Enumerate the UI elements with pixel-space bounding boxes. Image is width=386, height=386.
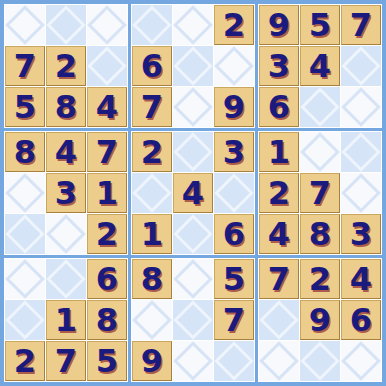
cell-r3c6[interactable]: 9 [214,87,254,127]
given-digit: 7 [141,91,163,123]
cell-r9c6[interactable] [214,341,254,381]
given-digit: 4 [55,136,77,168]
cell-r2c7[interactable]: 3 [259,46,299,86]
cell-r5c6[interactable] [214,173,254,213]
cell-r7c2[interactable] [46,259,86,299]
given-digit: 4 [268,218,290,250]
cell-r7c9[interactable]: 4 [341,259,381,299]
given-digit: 8 [14,136,36,168]
cell-r5c7[interactable]: 2 [259,173,299,213]
given-digit: 7 [55,345,77,377]
cell-r8c5[interactable] [173,300,213,340]
cell-r2c6[interactable] [214,46,254,86]
cell-r3c4[interactable]: 7 [132,87,172,127]
cell-r1c9[interactable]: 7 [341,5,381,45]
cell-r4c5[interactable] [173,132,213,172]
diamond-icon [5,5,45,45]
cell-r5c3[interactable]: 1 [87,173,127,213]
cell-r1c6[interactable]: 2 [214,5,254,45]
sudoku-box-4: 847312 [4,131,128,255]
cell-r4c3[interactable]: 7 [87,132,127,172]
cell-r3c9[interactable] [341,87,381,127]
cell-r9c3[interactable]: 5 [87,341,127,381]
cell-r8c7[interactable] [259,300,299,340]
cell-r7c4[interactable]: 8 [132,259,172,299]
sudoku-box-5: 23416 [131,131,255,255]
cell-r2c1[interactable]: 7 [5,46,45,86]
diamond-icon [5,214,45,254]
cell-r1c5[interactable] [173,5,213,45]
diamond-icon [87,5,127,45]
diamond-icon [259,341,299,381]
cell-r8c6[interactable]: 7 [214,300,254,340]
cell-r5c1[interactable] [5,173,45,213]
given-digit: 1 [268,136,290,168]
cell-r4c1[interactable]: 8 [5,132,45,172]
diamond-icon [259,300,299,340]
diamond-icon [5,259,45,299]
given-digit: 6 [268,91,290,123]
cell-r6c3[interactable]: 2 [87,214,127,254]
given-digit: 3 [268,50,290,82]
sudoku-box-1: 72584 [4,4,128,128]
given-digit: 7 [268,263,290,295]
diamond-icon [173,214,213,254]
given-digit: 9 [141,345,163,377]
given-digit: 6 [350,304,372,336]
diamond-icon [5,300,45,340]
cell-r8c3[interactable]: 8 [87,300,127,340]
given-digit: 2 [268,177,290,209]
cell-r6c1[interactable] [5,214,45,254]
cell-r6c9[interactable]: 3 [341,214,381,254]
given-digit: 5 [223,263,245,295]
diamond-icon [46,259,86,299]
diamond-icon [173,87,213,127]
given-digit: 7 [309,177,331,209]
cell-r9c5[interactable] [173,341,213,381]
given-digit: 7 [96,136,118,168]
given-digit: 3 [55,177,77,209]
cell-r6c6[interactable]: 6 [214,214,254,254]
cell-r6c2[interactable] [46,214,86,254]
cell-r7c3[interactable]: 6 [87,259,127,299]
diamond-icon [46,214,86,254]
cell-r8c1[interactable] [5,300,45,340]
given-digit: 3 [223,136,245,168]
cell-r5c4[interactable] [132,173,172,213]
cell-r1c8[interactable]: 5 [300,5,340,45]
given-digit: 5 [96,345,118,377]
cell-r9c8[interactable] [300,341,340,381]
given-digit: 7 [223,304,245,336]
given-digit: 4 [350,263,372,295]
diamond-icon [87,46,127,86]
given-digit: 9 [309,304,331,336]
given-digit: 6 [141,50,163,82]
given-digit: 8 [55,91,77,123]
cell-r8c4[interactable] [132,300,172,340]
cell-r1c3[interactable] [87,5,127,45]
cell-r3c3[interactable]: 4 [87,87,127,127]
given-digit: 8 [141,263,163,295]
diamond-icon [214,341,254,381]
cell-r4c4[interactable]: 2 [132,132,172,172]
given-digit: 1 [96,177,118,209]
cell-r7c1[interactable] [5,259,45,299]
given-digit: 6 [96,263,118,295]
diamond-icon [173,132,213,172]
cell-r2c4[interactable]: 6 [132,46,172,86]
cell-r7c8[interactable]: 2 [300,259,340,299]
given-digit: 2 [141,136,163,168]
diamond-icon [341,46,381,86]
cell-r2c2[interactable]: 2 [46,46,86,86]
cell-r3c1[interactable]: 5 [5,87,45,127]
cell-r2c3[interactable] [87,46,127,86]
diamond-icon [173,300,213,340]
cell-r3c8[interactable] [300,87,340,127]
diamond-icon [300,87,340,127]
given-digit: 8 [309,218,331,250]
given-digit: 7 [350,9,372,41]
cell-r1c4[interactable] [132,5,172,45]
cell-r5c9[interactable] [341,173,381,213]
cell-r3c5[interactable] [173,87,213,127]
diamond-icon [132,5,172,45]
sudoku-box-8: 8579 [131,258,255,382]
cell-r2c9[interactable] [341,46,381,86]
cell-r7c7[interactable]: 7 [259,259,299,299]
diamond-icon [341,132,381,172]
diamond-icon [341,87,381,127]
cell-r5c5[interactable]: 4 [173,173,213,213]
diamond-icon [5,173,45,213]
cell-r5c8[interactable]: 7 [300,173,340,213]
diamond-icon [173,46,213,86]
diamond-icon [132,173,172,213]
diamond-icon [300,341,340,381]
diamond-icon [173,341,213,381]
given-digit: 6 [223,218,245,250]
diamond-icon [173,259,213,299]
given-digit: 7 [14,50,36,82]
cell-r4c8[interactable] [300,132,340,172]
given-digit: 4 [96,91,118,123]
diamond-icon [46,5,86,45]
cell-r2c8[interactable]: 4 [300,46,340,86]
cell-r4c2[interactable]: 4 [46,132,86,172]
given-digit: 3 [350,218,372,250]
cell-r1c7[interactable]: 9 [259,5,299,45]
diamond-icon [214,173,254,213]
given-digit: 2 [223,9,245,41]
given-digit: 5 [309,9,331,41]
sudoku-box-7: 618275 [4,258,128,382]
cell-r4c9[interactable] [341,132,381,172]
sudoku-box-6: 127483 [258,131,382,255]
given-digit: 4 [182,177,204,209]
cell-r1c2[interactable] [46,5,86,45]
cell-r6c5[interactable] [173,214,213,254]
given-digit: 8 [96,304,118,336]
cell-r4c6[interactable]: 3 [214,132,254,172]
cell-r7c6[interactable]: 5 [214,259,254,299]
cell-r3c7[interactable]: 6 [259,87,299,127]
cell-r8c2[interactable]: 1 [46,300,86,340]
diamond-icon [214,46,254,86]
given-digit: 4 [309,50,331,82]
cell-r9c4[interactable]: 9 [132,341,172,381]
sudoku-box-3: 957346 [258,4,382,128]
cell-r6c8[interactable]: 8 [300,214,340,254]
cell-r1c1[interactable] [5,5,45,45]
sudoku-board: 7258426799573468473122341612748361827585… [0,0,386,386]
given-digit: 5 [14,91,36,123]
given-digit: 2 [309,263,331,295]
given-digit: 1 [55,304,77,336]
cell-r9c9[interactable] [341,341,381,381]
given-digit: 2 [55,50,77,82]
diamond-icon [341,341,381,381]
cell-r9c2[interactable]: 7 [46,341,86,381]
diamond-icon [300,132,340,172]
cell-r8c8[interactable]: 9 [300,300,340,340]
cell-r7c5[interactable] [173,259,213,299]
diamond-icon [173,5,213,45]
cell-r6c4[interactable]: 1 [132,214,172,254]
cell-r4c7[interactable]: 1 [259,132,299,172]
cell-r8c9[interactable]: 6 [341,300,381,340]
given-digit: 9 [223,91,245,123]
diamond-icon [341,173,381,213]
cell-r3c2[interactable]: 8 [46,87,86,127]
given-digit: 1 [141,218,163,250]
cell-r9c7[interactable] [259,341,299,381]
cell-r5c2[interactable]: 3 [46,173,86,213]
given-digit: 2 [96,218,118,250]
given-digit: 9 [268,9,290,41]
cell-r2c5[interactable] [173,46,213,86]
given-digit: 2 [14,345,36,377]
diamond-icon [132,300,172,340]
cell-r6c7[interactable]: 4 [259,214,299,254]
sudoku-box-2: 2679 [131,4,255,128]
cell-r9c1[interactable]: 2 [5,341,45,381]
sudoku-box-9: 72496 [258,258,382,382]
